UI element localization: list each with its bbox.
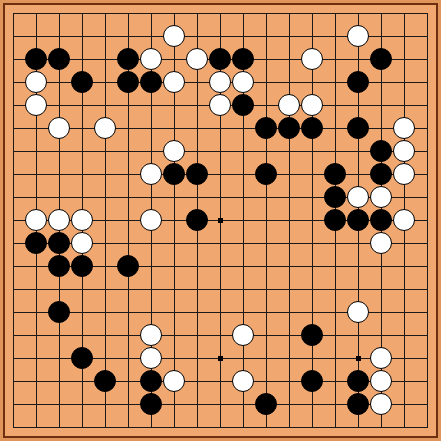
black-stone[interactable]: [209, 48, 231, 70]
white-stone[interactable]: [278, 94, 300, 116]
white-stone[interactable]: [232, 370, 254, 392]
black-stone[interactable]: [370, 48, 392, 70]
white-stone[interactable]: [393, 140, 415, 162]
white-stone[interactable]: [370, 186, 392, 208]
white-stone[interactable]: [140, 347, 162, 369]
white-stone[interactable]: [232, 71, 254, 93]
star-point: [218, 218, 223, 223]
black-stone[interactable]: [71, 71, 93, 93]
black-stone[interactable]: [94, 370, 116, 392]
black-stone[interactable]: [347, 209, 369, 231]
white-stone[interactable]: [48, 117, 70, 139]
white-stone[interactable]: [25, 71, 47, 93]
white-stone[interactable]: [347, 186, 369, 208]
star-point: [218, 356, 223, 361]
black-stone[interactable]: [370, 163, 392, 185]
white-stone[interactable]: [393, 163, 415, 185]
black-stone[interactable]: [71, 347, 93, 369]
black-stone[interactable]: [140, 393, 162, 415]
black-stone[interactable]: [255, 163, 277, 185]
white-stone[interactable]: [370, 232, 392, 254]
white-stone[interactable]: [140, 48, 162, 70]
black-stone[interactable]: [255, 117, 277, 139]
white-stone[interactable]: [140, 324, 162, 346]
black-stone[interactable]: [140, 71, 162, 93]
white-stone[interactable]: [48, 209, 70, 231]
white-stone[interactable]: [301, 48, 323, 70]
black-stone[interactable]: [117, 48, 139, 70]
white-stone[interactable]: [370, 347, 392, 369]
black-stone[interactable]: [347, 393, 369, 415]
black-stone[interactable]: [301, 370, 323, 392]
white-stone[interactable]: [140, 163, 162, 185]
black-stone[interactable]: [232, 94, 254, 116]
black-stone[interactable]: [25, 48, 47, 70]
black-stone[interactable]: [347, 71, 369, 93]
black-stone[interactable]: [186, 163, 208, 185]
white-stone[interactable]: [186, 48, 208, 70]
black-stone[interactable]: [117, 71, 139, 93]
black-stone[interactable]: [278, 117, 300, 139]
black-stone[interactable]: [186, 209, 208, 231]
black-stone[interactable]: [370, 209, 392, 231]
white-stone[interactable]: [370, 370, 392, 392]
white-stone[interactable]: [232, 324, 254, 346]
white-stone[interactable]: [347, 25, 369, 47]
star-point: [356, 356, 361, 361]
black-stone[interactable]: [117, 255, 139, 277]
white-stone[interactable]: [163, 25, 185, 47]
white-stone[interactable]: [370, 393, 392, 415]
white-stone[interactable]: [347, 301, 369, 323]
black-stone[interactable]: [324, 209, 346, 231]
white-stone[interactable]: [393, 209, 415, 231]
white-stone[interactable]: [71, 209, 93, 231]
black-stone[interactable]: [324, 186, 346, 208]
black-stone[interactable]: [48, 255, 70, 277]
white-stone[interactable]: [140, 209, 162, 231]
black-stone[interactable]: [48, 301, 70, 323]
black-stone[interactable]: [232, 48, 254, 70]
black-stone[interactable]: [301, 117, 323, 139]
white-stone[interactable]: [25, 209, 47, 231]
white-stone[interactable]: [163, 71, 185, 93]
go-board[interactable]: [0, 0, 441, 441]
white-stone[interactable]: [71, 232, 93, 254]
white-stone[interactable]: [393, 117, 415, 139]
white-stone[interactable]: [163, 140, 185, 162]
black-stone[interactable]: [140, 370, 162, 392]
white-stone[interactable]: [209, 94, 231, 116]
black-stone[interactable]: [370, 140, 392, 162]
black-stone[interactable]: [347, 370, 369, 392]
white-stone[interactable]: [94, 117, 116, 139]
black-stone[interactable]: [71, 255, 93, 277]
black-stone[interactable]: [25, 232, 47, 254]
white-stone[interactable]: [209, 71, 231, 93]
black-stone[interactable]: [48, 232, 70, 254]
black-stone[interactable]: [324, 163, 346, 185]
black-stone[interactable]: [163, 163, 185, 185]
white-stone[interactable]: [301, 94, 323, 116]
white-stone[interactable]: [25, 94, 47, 116]
black-stone[interactable]: [347, 117, 369, 139]
white-stone[interactable]: [163, 370, 185, 392]
black-stone[interactable]: [48, 48, 70, 70]
black-stone[interactable]: [255, 393, 277, 415]
black-stone[interactable]: [301, 324, 323, 346]
